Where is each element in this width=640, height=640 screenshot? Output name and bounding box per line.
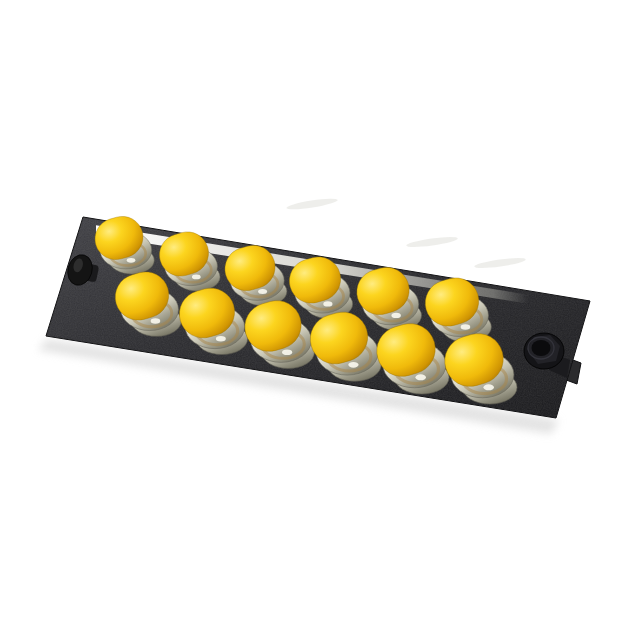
- collar-glint: [258, 289, 267, 294]
- collar-glint: [151, 318, 161, 323]
- thumbscrew-core: [532, 340, 551, 356]
- product-photo: [0, 0, 640, 640]
- collar-glint: [192, 274, 201, 279]
- collar-glint: [127, 258, 136, 263]
- collar-glint: [282, 349, 292, 355]
- collar-glint: [323, 301, 332, 306]
- collar-glint: [461, 324, 471, 329]
- collar-glint: [216, 336, 226, 342]
- collar-glint: [483, 384, 494, 390]
- adapter-panel-photo: [0, 0, 640, 640]
- collar-glint: [415, 374, 426, 380]
- collar-glint: [391, 313, 400, 318]
- collar-glint: [348, 362, 358, 368]
